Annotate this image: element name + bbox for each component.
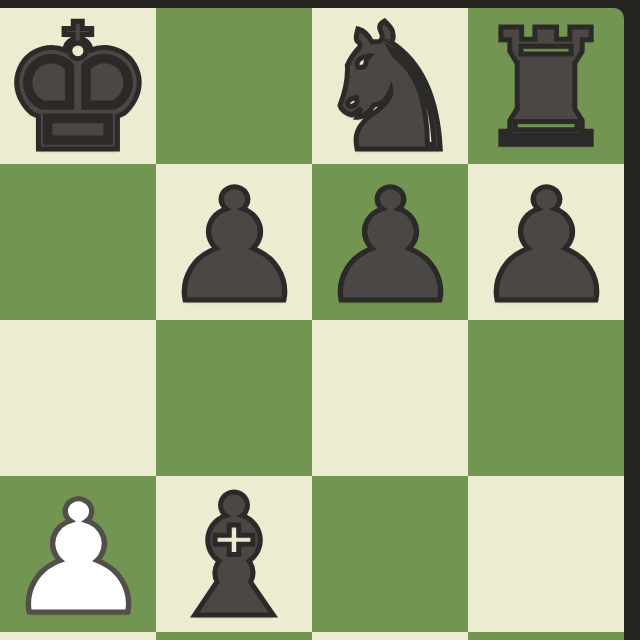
black-pawn-piece[interactable]: ♟ xyxy=(315,169,465,324)
square-e5[interactable]: ♟ xyxy=(0,476,156,632)
square-h4-partial[interactable] xyxy=(468,632,624,640)
square-g7[interactable]: ♟ xyxy=(312,164,468,320)
white-pawn-piece[interactable]: ♟ xyxy=(3,481,153,636)
black-pawn-piece[interactable]: ♟ xyxy=(159,169,309,324)
black-pawn-piece[interactable]: ♟ xyxy=(471,169,621,324)
chess-board: ♚♞♜♟♟♟♟♝ xyxy=(0,8,624,640)
square-g6[interactable] xyxy=(312,320,468,476)
black-king-piece[interactable]: ♚ xyxy=(0,8,156,176)
black-knight-piece[interactable]: ♞ xyxy=(312,8,469,176)
square-e8[interactable]: ♚ xyxy=(0,8,156,164)
square-h5[interactable] xyxy=(468,476,624,632)
square-g4-partial[interactable] xyxy=(312,632,468,640)
square-g5[interactable] xyxy=(312,476,468,632)
square-f5[interactable]: ♝ xyxy=(156,476,312,632)
square-h7[interactable]: ♟ xyxy=(468,164,624,320)
square-f7[interactable]: ♟ xyxy=(156,164,312,320)
square-g8[interactable]: ♞ xyxy=(312,8,468,164)
square-e4-partial[interactable] xyxy=(0,632,156,640)
square-e6[interactable] xyxy=(0,320,156,476)
square-h8[interactable]: ♜ xyxy=(468,8,624,164)
square-f4-partial[interactable] xyxy=(156,632,312,640)
square-f8[interactable] xyxy=(156,8,312,164)
black-rook-piece[interactable]: ♜ xyxy=(474,9,617,169)
square-e7[interactable] xyxy=(0,164,156,320)
black-bishop-piece[interactable]: ♝ xyxy=(159,473,310,640)
square-h6[interactable] xyxy=(468,320,624,476)
square-f6[interactable] xyxy=(156,320,312,476)
